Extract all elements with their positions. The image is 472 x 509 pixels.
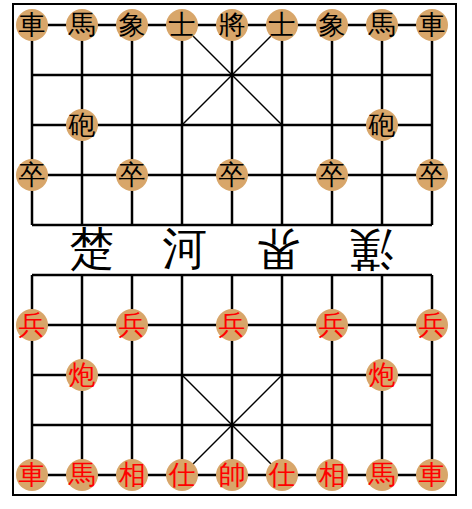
piece-black-horse[interactable]: 馬 xyxy=(66,9,98,41)
board-point-r0c5: 士 xyxy=(257,0,307,50)
piece-red-advisor[interactable]: 仕 xyxy=(266,459,298,491)
piece-black-general[interactable]: 將 xyxy=(216,9,248,41)
xiangqi-board: 楚河界漢 車馬象士將士象馬車砲砲卒卒卒卒卒兵兵兵兵兵炮炮車馬相仕帥仕相馬車 xyxy=(0,0,472,509)
piece-black-elephant[interactable]: 象 xyxy=(116,9,148,41)
piece-red-soldier[interactable]: 兵 xyxy=(116,309,148,341)
board-point-r0c7: 馬 xyxy=(357,0,407,50)
piece-black-advisor[interactable]: 士 xyxy=(266,9,298,41)
piece-black-cannon[interactable]: 砲 xyxy=(66,109,98,141)
piece-red-elephant[interactable]: 相 xyxy=(316,459,348,491)
piece-black-soldier[interactable]: 卒 xyxy=(216,159,248,191)
board-point-r0c4: 將 xyxy=(207,0,257,50)
piece-red-general[interactable]: 帥 xyxy=(216,459,248,491)
piece-black-cannon[interactable]: 砲 xyxy=(366,109,398,141)
board-point-r9c0: 車 xyxy=(7,450,57,500)
piece-red-elephant[interactable]: 相 xyxy=(116,459,148,491)
piece-black-horse[interactable]: 馬 xyxy=(366,9,398,41)
board-point-r3c0: 卒 xyxy=(7,150,57,200)
piece-black-chariot[interactable]: 車 xyxy=(416,9,448,41)
piece-red-horse[interactable]: 馬 xyxy=(366,459,398,491)
board-point-r3c2: 卒 xyxy=(107,150,157,200)
piece-red-soldier[interactable]: 兵 xyxy=(316,309,348,341)
board-point-r2c7: 砲 xyxy=(357,100,407,150)
board-point-r9c8: 車 xyxy=(407,450,457,500)
board-point-r6c8: 兵 xyxy=(407,300,457,350)
piece-red-chariot[interactable]: 車 xyxy=(16,459,48,491)
board-point-r0c3: 士 xyxy=(157,0,207,50)
board-point-r9c5: 仕 xyxy=(257,450,307,500)
piece-red-soldier[interactable]: 兵 xyxy=(216,309,248,341)
piece-red-soldier[interactable]: 兵 xyxy=(16,309,48,341)
piece-red-chariot[interactable]: 車 xyxy=(416,459,448,491)
board-point-r6c6: 兵 xyxy=(307,300,357,350)
piece-black-soldier[interactable]: 卒 xyxy=(16,159,48,191)
piece-black-elephant[interactable]: 象 xyxy=(316,9,348,41)
board-point-r0c6: 象 xyxy=(307,0,357,50)
board-point-r0c8: 車 xyxy=(407,0,457,50)
board-point-r9c7: 馬 xyxy=(357,450,407,500)
board-point-r6c4: 兵 xyxy=(207,300,257,350)
board-point-r9c4: 帥 xyxy=(207,450,257,500)
board-point-r0c2: 象 xyxy=(107,0,157,50)
piece-black-soldier[interactable]: 卒 xyxy=(116,159,148,191)
piece-black-soldier[interactable]: 卒 xyxy=(316,159,348,191)
piece-black-soldier[interactable]: 卒 xyxy=(416,159,448,191)
piece-black-chariot[interactable]: 車 xyxy=(16,9,48,41)
piece-red-cannon[interactable]: 炮 xyxy=(366,359,398,391)
board-point-r7c7: 炮 xyxy=(357,350,407,400)
piece-red-soldier[interactable]: 兵 xyxy=(416,309,448,341)
piece-red-horse[interactable]: 馬 xyxy=(66,459,98,491)
board-point-r7c1: 炮 xyxy=(57,350,107,400)
board-point-r9c6: 相 xyxy=(307,450,357,500)
board-point-r9c2: 相 xyxy=(107,450,157,500)
board-point-r3c8: 卒 xyxy=(407,150,457,200)
piece-red-advisor[interactable]: 仕 xyxy=(166,459,198,491)
piece-black-advisor[interactable]: 士 xyxy=(166,9,198,41)
pieces-grid: 車馬象士將士象馬車砲砲卒卒卒卒卒兵兵兵兵兵炮炮車馬相仕帥仕相馬車 xyxy=(7,0,457,500)
board-point-r9c3: 仕 xyxy=(157,450,207,500)
piece-red-cannon[interactable]: 炮 xyxy=(66,359,98,391)
board-point-r9c1: 馬 xyxy=(57,450,107,500)
xiangqi-screenshot: { "game": "xiangqi", "position": { "fen"… xyxy=(0,0,472,509)
board-point-r3c4: 卒 xyxy=(207,150,257,200)
board-point-r6c0: 兵 xyxy=(7,300,57,350)
board-point-r0c0: 車 xyxy=(7,0,57,50)
board-point-r6c2: 兵 xyxy=(107,300,157,350)
board-point-r3c6: 卒 xyxy=(307,150,357,200)
board-point-r0c1: 馬 xyxy=(57,0,107,50)
board-point-r2c1: 砲 xyxy=(57,100,107,150)
